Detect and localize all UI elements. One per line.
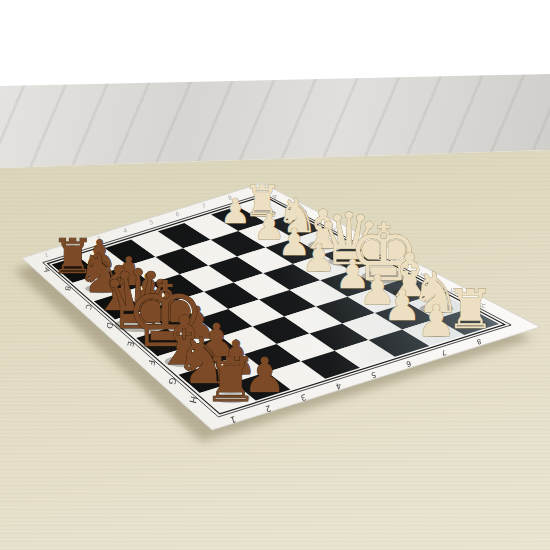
product-photo-scene: AA11BB22CC33DD44EE55FF66GG77HH88♜♟♞♟♝♟♛♟… [0,0,550,550]
piece-dark-rook: ♜ [203,344,258,416]
piece-light-pawn: ♟ [220,191,251,231]
chessboard-mat: AA11BB22CC33DD44EE55FF66GG77HH88♜♟♞♟♝♟♛♟… [0,0,550,550]
piece-light-pawn: ♟ [302,235,336,280]
piece-light-pawn: ♟ [417,295,456,346]
